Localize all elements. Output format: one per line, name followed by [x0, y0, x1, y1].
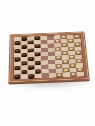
dark-piece-r6c1[interactable] — [22, 61, 27, 64]
light-piece-r8c7[interactable] — [63, 68, 69, 72]
light-piece-r7c8[interactable] — [70, 64, 76, 68]
square-r9c0[interactable] — [14, 74, 21, 79]
light-piece-r8c9[interactable] — [77, 68, 83, 72]
dark-piece-r9c0[interactable] — [14, 75, 19, 79]
dark-piece-r8c1[interactable] — [22, 70, 27, 74]
square-r9c9[interactable] — [77, 72, 84, 77]
dark-piece-r7c0[interactable] — [15, 66, 20, 70]
dark-piece-r8c3[interactable] — [35, 69, 40, 73]
draughts-board — [8, 31, 89, 82]
light-piece-r9c6[interactable] — [57, 73, 63, 77]
light-piece-r7c6[interactable] — [56, 64, 61, 68]
square-r9c1[interactable] — [21, 74, 28, 79]
dark-piece-r9c2[interactable] — [29, 74, 34, 78]
board-grid — [14, 34, 85, 79]
dark-piece-r7c2[interactable] — [28, 65, 33, 69]
light-piece-r6c7[interactable] — [63, 60, 68, 63]
photo-background — [0, 0, 95, 126]
light-piece-r9c8[interactable] — [71, 73, 77, 77]
